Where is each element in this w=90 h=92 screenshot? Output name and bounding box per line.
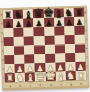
rank-label-2: 2	[86, 64, 87, 68]
square-e3	[45, 54, 55, 63]
chess-set-photo[interactable]: ♜♞♝♛♚♝♞♜♟♟♟♟♟♟♟♟♟♟♟♟♟♟♟♟♜♞♝♛♚♝♞♜ 8765432…	[0, 0, 90, 92]
square-c2: ♟	[25, 63, 35, 72]
square-g5	[64, 35, 74, 44]
square-g8: ♞	[64, 8, 74, 17]
square-c6	[24, 27, 34, 36]
file-label-c: c	[28, 84, 32, 87]
square-d2: ♟	[35, 63, 45, 72]
rank-label-6: 6	[1, 31, 2, 35]
square-h2: ♟	[75, 62, 85, 71]
square-f3	[55, 53, 65, 62]
square-a5	[4, 37, 14, 46]
square-a3	[4, 55, 14, 64]
square-h1: ♜	[76, 71, 86, 80]
file-label-b: b	[18, 85, 22, 88]
square-a6	[3, 28, 13, 37]
square-d8: ♛	[33, 9, 43, 18]
square-e1: ♚	[45, 72, 55, 81]
square-d5	[34, 36, 44, 45]
square-b1: ♞	[15, 73, 25, 82]
rank-label-5: 5	[2, 40, 3, 44]
square-g7: ♟	[64, 17, 74, 26]
square-e6	[44, 27, 54, 36]
square-h8: ♜	[74, 8, 84, 17]
square-a8: ♜	[3, 10, 13, 19]
square-h3	[75, 53, 85, 62]
square-e5	[44, 36, 54, 45]
piece-white-bishop: ♝	[25, 72, 35, 83]
piece-white-bishop: ♝	[56, 71, 66, 82]
file-labels: abcdefgh	[5, 81, 86, 91]
piece-white-knight: ♞	[66, 71, 75, 81]
square-c7: ♟	[23, 18, 33, 27]
piece-white-queen: ♛	[35, 70, 46, 82]
square-c1: ♝	[25, 72, 35, 81]
square-b8: ♞	[13, 10, 23, 19]
square-d3	[35, 54, 45, 63]
square-f5	[54, 35, 64, 44]
square-b2: ♟	[15, 64, 25, 73]
rank-label-4: 4	[86, 46, 87, 50]
rank-label-3: 3	[86, 55, 87, 59]
file-label-a: a	[8, 85, 12, 88]
rank-label-7: 7	[1, 22, 2, 26]
file-label-h: h	[79, 83, 83, 86]
square-a1: ♜	[5, 73, 15, 82]
rank-label-7: 7	[85, 19, 86, 23]
piece-white-knight: ♞	[15, 73, 24, 83]
square-f8: ♝	[53, 8, 63, 17]
square-f1: ♝	[55, 71, 65, 80]
square-e2: ♟	[45, 63, 55, 72]
square-c3	[24, 54, 34, 63]
square-g2: ♟	[65, 62, 75, 71]
rank-label-2: 2	[2, 67, 3, 71]
square-d1: ♛	[35, 72, 45, 81]
square-f2: ♟	[55, 62, 65, 71]
rank-label-1: 1	[3, 76, 4, 80]
square-b5	[14, 37, 24, 46]
square-g6	[64, 26, 74, 35]
rank-label-1: 1	[87, 73, 88, 77]
file-label-f: f	[59, 83, 63, 86]
square-h6	[74, 26, 84, 35]
square-f6	[54, 26, 64, 35]
square-e7: ♟	[44, 18, 54, 27]
piece-white-rook: ♜	[77, 72, 85, 81]
square-a2: ♟	[4, 64, 14, 73]
rank-label-6: 6	[85, 28, 86, 32]
square-b7: ♟	[13, 19, 23, 28]
piece-white-rook: ♜	[6, 74, 14, 83]
square-c8: ♝	[23, 9, 33, 18]
square-d7: ♟	[33, 18, 43, 27]
square-a7: ♟	[3, 19, 13, 28]
square-h5	[74, 35, 84, 44]
chess-board: ♜♞♝♛♚♝♞♜♟♟♟♟♟♟♟♟♟♟♟♟♟♟♟♟♜♞♝♛♚♝♞♜ 8765432…	[0, 6, 89, 91]
square-e8: ♚	[43, 9, 53, 18]
square-h7: ♟	[74, 17, 84, 26]
square-g1: ♞	[65, 71, 75, 80]
file-label-d: d	[38, 84, 42, 87]
square-c5	[24, 36, 34, 45]
square-b6	[13, 28, 23, 37]
square-d6	[34, 27, 44, 36]
rank-label-8: 8	[85, 10, 86, 14]
square-g3	[65, 53, 75, 62]
square-f7: ♟	[54, 17, 64, 26]
square-b3	[14, 55, 24, 64]
file-label-e: e	[49, 84, 53, 87]
rank-label-3: 3	[2, 58, 3, 62]
rank-label-4: 4	[2, 49, 3, 53]
rank-label-5: 5	[86, 37, 87, 41]
file-label-g: g	[69, 83, 73, 86]
rank-label-8: 8	[1, 13, 2, 17]
